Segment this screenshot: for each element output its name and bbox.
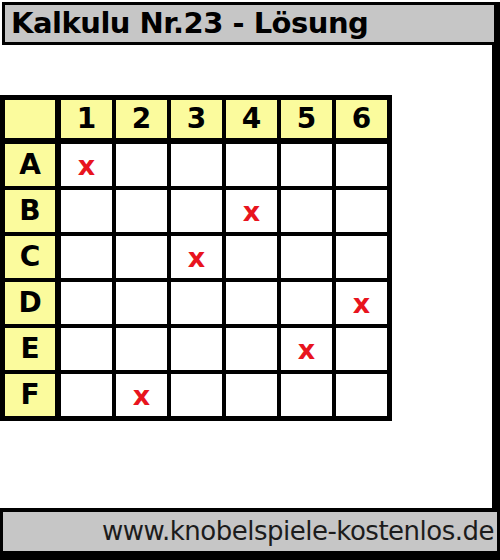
cell-D6: x (336, 282, 387, 324)
row-header-D: D (5, 282, 57, 324)
cell-F3 (171, 374, 222, 416)
cell-E2 (116, 328, 167, 370)
footer-bar: www.knobelspiele-kostenlos.de (0, 508, 500, 560)
cell-A2 (116, 144, 167, 186)
row-header-E: E (5, 328, 57, 370)
cell-C2 (116, 236, 167, 278)
title-bar: Kalkulu Nr.23 - Lösung (2, 2, 497, 45)
cell-A5 (281, 144, 332, 186)
cell-F6 (336, 374, 387, 416)
column-header-6: 6 (336, 100, 387, 140)
cell-D5 (281, 282, 332, 324)
page-title: Kalkulu Nr.23 - Lösung (5, 5, 494, 42)
cell-E5: x (281, 328, 332, 370)
cell-A4 (226, 144, 277, 186)
cell-B2 (116, 190, 167, 232)
cell-F5 (281, 374, 332, 416)
cell-C5 (281, 236, 332, 278)
cell-D1 (61, 282, 112, 324)
row-header-B: B (5, 190, 57, 232)
right-edge-stripe (492, 2, 500, 508)
cell-D2 (116, 282, 167, 324)
cell-C1 (61, 236, 112, 278)
row-header-A: A (5, 144, 57, 186)
cell-B4: x (226, 190, 277, 232)
column-header-1: 1 (61, 100, 112, 140)
column-header-3: 3 (171, 100, 222, 140)
column-header-2: 2 (116, 100, 167, 140)
cell-A3 (171, 144, 222, 186)
cell-A1: x (61, 144, 112, 186)
page: Kalkulu Nr.23 - Lösung 123456AxBxCxDxExF… (0, 0, 500, 560)
cell-B1 (61, 190, 112, 232)
footer-inner: www.knobelspiele-kostenlos.de (3, 512, 497, 551)
column-header-4: 4 (226, 100, 277, 140)
cell-F2: x (116, 374, 167, 416)
cell-F4 (226, 374, 277, 416)
cell-F1 (61, 374, 112, 416)
cell-E3 (171, 328, 222, 370)
board: 123456AxBxCxDxExFx (0, 95, 392, 421)
cell-D4 (226, 282, 277, 324)
cell-A6 (336, 144, 387, 186)
row-header-C: C (5, 236, 57, 278)
column-header-5: 5 (281, 100, 332, 140)
cell-D3 (171, 282, 222, 324)
cell-B5 (281, 190, 332, 232)
cell-C6 (336, 236, 387, 278)
website-text: www.knobelspiele-kostenlos.de (102, 516, 497, 546)
cell-C4 (226, 236, 277, 278)
cell-B3 (171, 190, 222, 232)
corner-cell (5, 100, 57, 140)
cell-B6 (336, 190, 387, 232)
cell-E1 (61, 328, 112, 370)
cell-C3: x (171, 236, 222, 278)
cell-E4 (226, 328, 277, 370)
row-header-F: F (5, 374, 57, 416)
cell-E6 (336, 328, 387, 370)
